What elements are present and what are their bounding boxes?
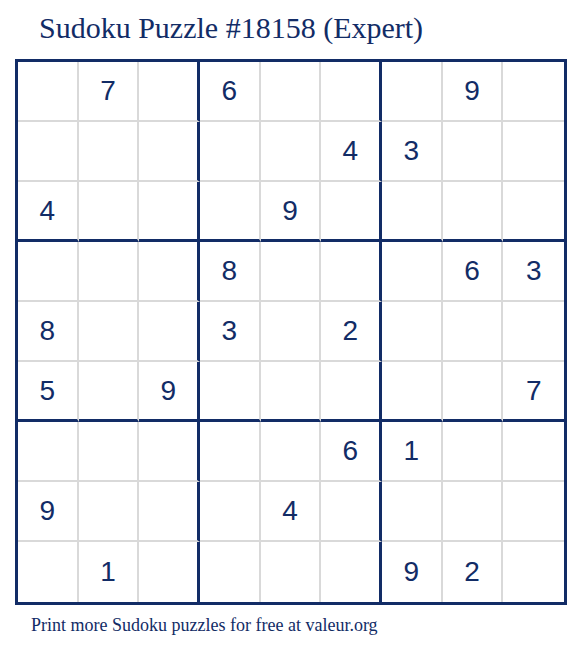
cell-r7c7[interactable]: 1: [382, 422, 443, 482]
footer-text: Print more Sudoku puzzles for free at va…: [31, 615, 378, 636]
cell-r7c4[interactable]: [200, 422, 261, 482]
cell-r7c6[interactable]: 6: [321, 422, 382, 482]
cell-r1c2[interactable]: 7: [79, 62, 140, 122]
cell-r1c3[interactable]: [139, 62, 200, 122]
cell-r1c4[interactable]: 6: [200, 62, 261, 122]
cell-r3c4[interactable]: [200, 182, 261, 242]
cell-r1c7[interactable]: [382, 62, 443, 122]
cell-r9c7[interactable]: 9: [382, 542, 443, 602]
cell-r4c7[interactable]: [382, 242, 443, 302]
cell-r7c8[interactable]: [443, 422, 504, 482]
cell-r1c1[interactable]: [18, 62, 79, 122]
page-title: Sudoku Puzzle #18158 (Expert): [39, 11, 423, 45]
sudoku-board: 76943498638325976194192: [15, 59, 567, 605]
cell-r4c6[interactable]: [321, 242, 382, 302]
cell-r6c8[interactable]: [443, 362, 504, 422]
cell-r6c5[interactable]: [261, 362, 322, 422]
cell-r1c9[interactable]: [503, 62, 564, 122]
cell-r5c9[interactable]: [503, 302, 564, 362]
cell-r9c5[interactable]: [261, 542, 322, 602]
cell-r2c5[interactable]: [261, 122, 322, 182]
cell-r6c2[interactable]: [79, 362, 140, 422]
cell-r9c1[interactable]: [18, 542, 79, 602]
cell-r2c7[interactable]: 3: [382, 122, 443, 182]
cell-r1c6[interactable]: [321, 62, 382, 122]
cell-r3c5[interactable]: 9: [261, 182, 322, 242]
cell-r8c5[interactable]: 4: [261, 482, 322, 542]
cell-r3c8[interactable]: [443, 182, 504, 242]
cell-r6c6[interactable]: [321, 362, 382, 422]
cell-r7c1[interactable]: [18, 422, 79, 482]
cell-r7c3[interactable]: [139, 422, 200, 482]
cell-r7c2[interactable]: [79, 422, 140, 482]
cell-r4c5[interactable]: [261, 242, 322, 302]
cell-r5c2[interactable]: [79, 302, 140, 362]
cell-r8c9[interactable]: [503, 482, 564, 542]
cell-r8c2[interactable]: [79, 482, 140, 542]
cell-r2c2[interactable]: [79, 122, 140, 182]
cell-r7c9[interactable]: [503, 422, 564, 482]
cell-r2c4[interactable]: [200, 122, 261, 182]
cell-r8c4[interactable]: [200, 482, 261, 542]
cell-r5c1[interactable]: 8: [18, 302, 79, 362]
cell-r5c3[interactable]: [139, 302, 200, 362]
cell-r9c8[interactable]: 2: [443, 542, 504, 602]
cell-r4c2[interactable]: [79, 242, 140, 302]
cell-r8c1[interactable]: 9: [18, 482, 79, 542]
cell-r1c5[interactable]: [261, 62, 322, 122]
cell-r5c8[interactable]: [443, 302, 504, 362]
cell-r6c1[interactable]: 5: [18, 362, 79, 422]
cell-r6c4[interactable]: [200, 362, 261, 422]
cell-r2c6[interactable]: 4: [321, 122, 382, 182]
cell-r8c8[interactable]: [443, 482, 504, 542]
cell-r4c3[interactable]: [139, 242, 200, 302]
cell-r5c6[interactable]: 2: [321, 302, 382, 362]
cell-r5c4[interactable]: 3: [200, 302, 261, 362]
cell-r2c8[interactable]: [443, 122, 504, 182]
cell-r4c1[interactable]: [18, 242, 79, 302]
cell-r5c7[interactable]: [382, 302, 443, 362]
cell-r9c3[interactable]: [139, 542, 200, 602]
cell-r9c6[interactable]: [321, 542, 382, 602]
cell-r3c1[interactable]: 4: [18, 182, 79, 242]
cell-r2c9[interactable]: [503, 122, 564, 182]
cell-r8c3[interactable]: [139, 482, 200, 542]
cell-r6c9[interactable]: 7: [503, 362, 564, 422]
cell-r9c2[interactable]: 1: [79, 542, 140, 602]
cell-r3c2[interactable]: [79, 182, 140, 242]
cell-r4c9[interactable]: 3: [503, 242, 564, 302]
cell-r9c4[interactable]: [200, 542, 261, 602]
cell-r3c9[interactable]: [503, 182, 564, 242]
cell-r4c4[interactable]: 8: [200, 242, 261, 302]
cell-r6c7[interactable]: [382, 362, 443, 422]
cell-r5c5[interactable]: [261, 302, 322, 362]
cell-r6c3[interactable]: 9: [139, 362, 200, 422]
cell-r3c3[interactable]: [139, 182, 200, 242]
cell-r2c3[interactable]: [139, 122, 200, 182]
cell-r9c9[interactable]: [503, 542, 564, 602]
cell-r8c7[interactable]: [382, 482, 443, 542]
cell-r8c6[interactable]: [321, 482, 382, 542]
cell-r2c1[interactable]: [18, 122, 79, 182]
cell-r1c8[interactable]: 9: [443, 62, 504, 122]
cell-r7c5[interactable]: [261, 422, 322, 482]
cell-r3c7[interactable]: [382, 182, 443, 242]
cell-r4c8[interactable]: 6: [443, 242, 504, 302]
cell-r3c6[interactable]: [321, 182, 382, 242]
